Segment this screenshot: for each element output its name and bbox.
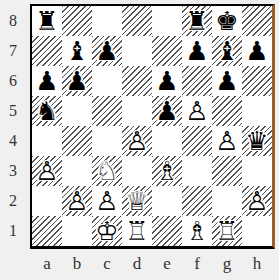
piece-glyph: ♙ <box>62 186 92 216</box>
piece-glyph: ♙ <box>122 126 152 156</box>
square-h8[interactable] <box>242 6 272 36</box>
black-queen-icon[interactable]: ♛♛ <box>242 126 272 156</box>
white-king-icon[interactable]: ♚♔ <box>92 216 122 246</box>
file-label-e: e <box>152 249 182 279</box>
square-g2[interactable] <box>212 186 242 216</box>
square-e6[interactable]: ♟♟ <box>152 66 182 96</box>
square-a4[interactable] <box>32 126 62 156</box>
square-d2[interactable]: ♛♕ <box>122 186 152 216</box>
black-pawn-icon[interactable]: ♟♟ <box>152 66 182 96</box>
chess-board: ♜♜♜♜♚♚♝♝♟♟♟♟♝♝♟♟♟♟♟♟♟♟♟♟♞♞♟♟♟♙♟♙♟♙♛♛♟♙♞♘… <box>32 6 272 246</box>
rank-label-8: 8 <box>0 6 26 36</box>
square-a6[interactable]: ♟♟ <box>32 66 62 96</box>
square-h7[interactable]: ♟♟ <box>242 36 272 66</box>
white-pawn-icon[interactable]: ♟♙ <box>122 126 152 156</box>
square-h3[interactable] <box>242 156 272 186</box>
white-rook-icon[interactable]: ♜♖ <box>212 216 242 246</box>
black-bishop-icon[interactable]: ♝♝ <box>212 36 242 66</box>
file-label-g: g <box>212 249 242 279</box>
piece-glyph: ♖ <box>122 216 152 246</box>
black-pawn-icon[interactable]: ♟♟ <box>62 66 92 96</box>
square-a8[interactable]: ♜♜ <box>32 6 62 36</box>
piece-glyph: ♙ <box>32 156 62 186</box>
square-e8[interactable] <box>152 6 182 36</box>
square-g5[interactable] <box>212 96 242 126</box>
square-d8[interactable] <box>122 6 152 36</box>
rank-labels: 87654321 <box>0 6 26 246</box>
white-pawn-icon[interactable]: ♟♙ <box>92 186 122 216</box>
white-pawn-icon[interactable]: ♟♙ <box>62 186 92 216</box>
white-bishop-icon[interactable]: ♝♗ <box>182 216 212 246</box>
chess-diagram: 87654321 ♜♜♜♜♚♚♝♝♟♟♟♟♝♝♟♟♟♟♟♟♟♟♟♟♞♞♟♟♟♙♟… <box>0 0 279 280</box>
white-knight-icon[interactable]: ♞♘ <box>92 156 122 186</box>
square-c2[interactable]: ♟♙ <box>92 186 122 216</box>
square-b7[interactable]: ♝♝ <box>62 36 92 66</box>
white-queen-icon[interactable]: ♛♕ <box>122 186 152 216</box>
white-pawn-icon[interactable]: ♟♙ <box>182 96 212 126</box>
piece-glyph: ♟ <box>212 66 242 96</box>
piece-glyph: ♟ <box>32 66 62 96</box>
piece-glyph: ♕ <box>122 186 152 216</box>
square-a2[interactable] <box>32 186 62 216</box>
square-f1[interactable]: ♝♗ <box>182 216 212 246</box>
piece-glyph: ♙ <box>182 96 212 126</box>
white-pawn-icon[interactable]: ♟♙ <box>32 156 62 186</box>
square-e2[interactable] <box>152 186 182 216</box>
piece-glyph: ♚ <box>212 6 242 36</box>
rank-label-1: 1 <box>0 216 26 246</box>
square-d1[interactable]: ♜♖ <box>122 216 152 246</box>
square-e4[interactable] <box>152 126 182 156</box>
black-king-icon[interactable]: ♚♚ <box>212 6 242 36</box>
black-pawn-icon[interactable]: ♟♟ <box>242 36 272 66</box>
square-e7[interactable] <box>152 36 182 66</box>
square-f7[interactable]: ♟♟ <box>182 36 212 66</box>
square-h4[interactable]: ♛♛ <box>242 126 272 156</box>
white-pawn-icon[interactable]: ♟♙ <box>212 126 242 156</box>
black-pawn-icon[interactable]: ♟♟ <box>32 66 62 96</box>
square-a1[interactable] <box>32 216 62 246</box>
piece-glyph: ♟ <box>62 66 92 96</box>
rank-label-5: 5 <box>0 96 26 126</box>
square-g7[interactable]: ♝♝ <box>212 36 242 66</box>
piece-glyph: ♟ <box>242 36 272 66</box>
piece-glyph: ♝ <box>62 36 92 66</box>
square-b1[interactable] <box>62 216 92 246</box>
rank-label-2: 2 <box>0 186 26 216</box>
square-a3[interactable]: ♟♙ <box>32 156 62 186</box>
square-e1[interactable] <box>152 216 182 246</box>
file-label-h: h <box>242 249 272 279</box>
piece-glyph: ♙ <box>92 186 122 216</box>
square-c3[interactable]: ♞♘ <box>92 156 122 186</box>
square-b5[interactable] <box>62 96 92 126</box>
square-b6[interactable]: ♟♟ <box>62 66 92 96</box>
piece-glyph: ♜ <box>32 6 62 36</box>
piece-glyph: ♟ <box>152 96 182 126</box>
square-d6[interactable] <box>122 66 152 96</box>
square-d7[interactable] <box>122 36 152 66</box>
square-d4[interactable]: ♟♙ <box>122 126 152 156</box>
file-label-f: f <box>182 249 212 279</box>
square-f6[interactable] <box>182 66 212 96</box>
square-f2[interactable] <box>182 186 212 216</box>
piece-glyph: ♘ <box>92 156 122 186</box>
black-knight-icon[interactable]: ♞♞ <box>32 96 62 126</box>
square-g3[interactable] <box>212 156 242 186</box>
piece-glyph: ♗ <box>182 216 212 246</box>
file-label-b: b <box>62 249 92 279</box>
black-rook-icon[interactable]: ♜♜ <box>32 6 62 36</box>
piece-glyph: ♔ <box>92 216 122 246</box>
file-labels: abcdefgh <box>32 249 272 279</box>
square-h1[interactable] <box>242 216 272 246</box>
piece-glyph: ♙ <box>212 126 242 156</box>
piece-glyph: ♟ <box>182 36 212 66</box>
square-g1[interactable]: ♜♖ <box>212 216 242 246</box>
square-c8[interactable] <box>92 6 122 36</box>
black-rook-icon[interactable]: ♜♜ <box>182 6 212 36</box>
file-label-d: d <box>122 249 152 279</box>
square-g8[interactable]: ♚♚ <box>212 6 242 36</box>
square-c4[interactable] <box>92 126 122 156</box>
square-c1[interactable]: ♚♔ <box>92 216 122 246</box>
file-label-c: c <box>92 249 122 279</box>
piece-glyph: ♞ <box>32 96 62 126</box>
square-b3[interactable] <box>62 156 92 186</box>
piece-glyph: ♜ <box>182 6 212 36</box>
square-h2[interactable]: ♟♙ <box>242 186 272 216</box>
square-c5[interactable] <box>92 96 122 126</box>
square-a7[interactable] <box>32 36 62 66</box>
square-h5[interactable] <box>242 96 272 126</box>
square-c6[interactable] <box>92 66 122 96</box>
piece-glyph: ♝ <box>212 36 242 66</box>
square-e3[interactable]: ♝♗ <box>152 156 182 186</box>
square-g6[interactable]: ♟♟ <box>212 66 242 96</box>
square-f5[interactable]: ♟♙ <box>182 96 212 126</box>
black-pawn-icon[interactable]: ♟♟ <box>182 36 212 66</box>
piece-glyph: ♟ <box>92 36 122 66</box>
black-pawn-icon[interactable]: ♟♟ <box>92 36 122 66</box>
piece-glyph: ♟ <box>152 66 182 96</box>
square-f8[interactable]: ♜♜ <box>182 6 212 36</box>
rank-label-6: 6 <box>0 66 26 96</box>
rank-label-3: 3 <box>0 156 26 186</box>
white-rook-icon[interactable]: ♜♖ <box>122 216 152 246</box>
square-g4[interactable]: ♟♙ <box>212 126 242 156</box>
square-b2[interactable]: ♟♙ <box>62 186 92 216</box>
square-d5[interactable] <box>122 96 152 126</box>
square-c7[interactable]: ♟♟ <box>92 36 122 66</box>
black-pawn-icon[interactable]: ♟♟ <box>152 96 182 126</box>
white-pawn-icon[interactable]: ♟♙ <box>242 186 272 216</box>
square-e5[interactable]: ♟♟ <box>152 96 182 126</box>
square-b4[interactable] <box>62 126 92 156</box>
file-label-a: a <box>32 249 62 279</box>
black-bishop-icon[interactable]: ♝♝ <box>62 36 92 66</box>
square-b8[interactable] <box>62 6 92 36</box>
white-bishop-icon[interactable]: ♝♗ <box>152 156 182 186</box>
rank-label-4: 4 <box>0 126 26 156</box>
square-f3[interactable] <box>182 156 212 186</box>
square-a5[interactable]: ♞♞ <box>32 96 62 126</box>
black-pawn-icon[interactable]: ♟♟ <box>212 66 242 96</box>
square-f4[interactable] <box>182 126 212 156</box>
square-h6[interactable] <box>242 66 272 96</box>
piece-glyph: ♛ <box>242 126 272 156</box>
board-frame: ♜♜♜♜♚♚♝♝♟♟♟♟♝♝♟♟♟♟♟♟♟♟♟♟♞♞♟♟♟♙♟♙♟♙♛♛♟♙♞♘… <box>30 4 275 249</box>
piece-glyph: ♗ <box>152 156 182 186</box>
rank-label-7: 7 <box>0 36 26 66</box>
square-d3[interactable] <box>122 156 152 186</box>
piece-glyph: ♖ <box>212 216 242 246</box>
piece-glyph: ♙ <box>242 186 272 216</box>
